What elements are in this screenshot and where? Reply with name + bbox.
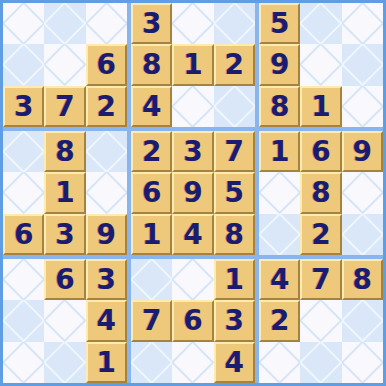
empty-cell-r2c8[interactable] [300, 44, 341, 85]
given-cell-r4c4: 2 [131, 131, 172, 172]
empty-cell-r1c8[interactable] [300, 3, 341, 44]
given-cell-r4c2: 8 [44, 131, 85, 172]
empty-cell-r2c1[interactable] [3, 44, 44, 85]
empty-cell-r5c3[interactable] [86, 172, 127, 213]
given-cell-r8c3: 4 [86, 300, 127, 341]
empty-cell-r1c2[interactable] [44, 3, 85, 44]
given-cell-r7c2: 6 [44, 259, 85, 300]
given-cell-r3c7: 8 [259, 86, 300, 127]
given-cell-r8c7: 2 [259, 300, 300, 341]
given-cell-r9c6: 4 [214, 342, 255, 383]
empty-cell-r9c7[interactable] [259, 342, 300, 383]
given-cell-r1c4: 3 [131, 3, 172, 44]
empty-cell-r7c4[interactable] [131, 259, 172, 300]
empty-cell-r2c9[interactable] [342, 44, 383, 85]
empty-cell-r8c8[interactable] [300, 300, 341, 341]
given-cell-r3c4: 4 [131, 86, 172, 127]
given-cell-r4c5: 3 [172, 131, 213, 172]
given-cell-r7c7: 4 [259, 259, 300, 300]
given-cell-r3c2: 7 [44, 86, 85, 127]
given-cell-r6c3: 9 [86, 214, 127, 255]
given-cell-r5c6: 5 [214, 172, 255, 213]
given-cell-r6c2: 3 [44, 214, 85, 255]
empty-cell-r9c5[interactable] [172, 342, 213, 383]
box-3-1: 6341 [3, 259, 127, 383]
empty-cell-r3c5[interactable] [172, 86, 213, 127]
empty-cell-r3c9[interactable] [342, 86, 383, 127]
given-cell-r4c8: 6 [300, 131, 341, 172]
empty-cell-r1c9[interactable] [342, 3, 383, 44]
given-cell-r8c5: 6 [172, 300, 213, 341]
empty-cell-r1c1[interactable] [3, 3, 44, 44]
box-1-2: 38124 [131, 3, 255, 127]
empty-cell-r1c5[interactable] [172, 3, 213, 44]
given-cell-r3c8: 1 [300, 86, 341, 127]
box-2-3: 16982 [259, 131, 383, 255]
given-cell-r5c4: 6 [131, 172, 172, 213]
empty-cell-r2c2[interactable] [44, 44, 85, 85]
given-cell-r2c3: 6 [86, 44, 127, 85]
given-cell-r1c7: 5 [259, 3, 300, 44]
given-cell-r6c4: 1 [131, 214, 172, 255]
given-cell-r5c8: 8 [300, 172, 341, 213]
given-cell-r6c6: 8 [214, 214, 255, 255]
empty-cell-r4c3[interactable] [86, 131, 127, 172]
box-2-2: 237695148 [131, 131, 255, 255]
given-cell-r8c4: 7 [131, 300, 172, 341]
empty-cell-r5c7[interactable] [259, 172, 300, 213]
empty-cell-r9c1[interactable] [3, 342, 44, 383]
given-cell-r5c5: 9 [172, 172, 213, 213]
given-cell-r6c5: 4 [172, 214, 213, 255]
given-cell-r6c1: 6 [3, 214, 44, 255]
given-cell-r4c7: 1 [259, 131, 300, 172]
empty-cell-r1c3[interactable] [86, 3, 127, 44]
given-cell-r3c1: 3 [3, 86, 44, 127]
box-2-1: 81639 [3, 131, 127, 255]
box-3-3: 4782 [259, 259, 383, 383]
empty-cell-r7c1[interactable] [3, 259, 44, 300]
given-cell-r5c2: 1 [44, 172, 85, 213]
given-cell-r7c3: 3 [86, 259, 127, 300]
given-cell-r2c6: 2 [214, 44, 255, 85]
given-cell-r9c3: 1 [86, 342, 127, 383]
given-cell-r8c6: 3 [214, 300, 255, 341]
empty-cell-r9c4[interactable] [131, 342, 172, 383]
empty-cell-r8c2[interactable] [44, 300, 85, 341]
empty-cell-r5c1[interactable] [3, 172, 44, 213]
empty-cell-r4c1[interactable] [3, 131, 44, 172]
empty-cell-r9c9[interactable] [342, 342, 383, 383]
box-1-3: 5981 [259, 3, 383, 127]
empty-cell-r6c9[interactable] [342, 214, 383, 255]
empty-cell-r6c7[interactable] [259, 214, 300, 255]
empty-cell-r8c1[interactable] [3, 300, 44, 341]
box-1-1: 6372 [3, 3, 127, 127]
given-cell-r7c9: 8 [342, 259, 383, 300]
empty-cell-r9c2[interactable] [44, 342, 85, 383]
given-cell-r4c6: 7 [214, 131, 255, 172]
empty-cell-r3c6[interactable] [214, 86, 255, 127]
box-3-2: 17634 [131, 259, 255, 383]
empty-cell-r5c9[interactable] [342, 172, 383, 213]
given-cell-r3c3: 2 [86, 86, 127, 127]
sudoku-board: 6372381245981816392376951481698263411763… [0, 0, 386, 386]
empty-cell-r9c8[interactable] [300, 342, 341, 383]
given-cell-r7c8: 7 [300, 259, 341, 300]
given-cell-r2c7: 9 [259, 44, 300, 85]
given-cell-r7c6: 1 [214, 259, 255, 300]
given-cell-r2c5: 1 [172, 44, 213, 85]
given-cell-r2c4: 8 [131, 44, 172, 85]
empty-cell-r7c5[interactable] [172, 259, 213, 300]
given-cell-r4c9: 9 [342, 131, 383, 172]
empty-cell-r8c9[interactable] [342, 300, 383, 341]
empty-cell-r1c6[interactable] [214, 3, 255, 44]
given-cell-r6c8: 2 [300, 214, 341, 255]
